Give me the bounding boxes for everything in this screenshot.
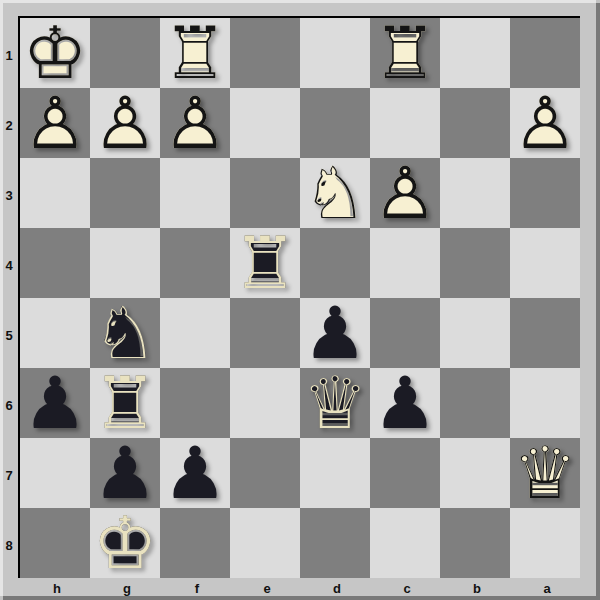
square-d5[interactable]: ♟♙	[300, 298, 370, 368]
black-pawn-glyph: ♟	[20, 368, 90, 438]
square-h1[interactable]: ♚♔	[20, 18, 90, 88]
piece-white-pawn[interactable]: ♟♙	[370, 158, 440, 228]
black-rook-detail: ♖	[230, 228, 300, 298]
black-pawn-glyph: ♟	[160, 438, 230, 508]
file-label-g: g	[92, 579, 162, 598]
square-e7[interactable]	[230, 438, 300, 508]
white-rook-detail: ♖	[160, 18, 230, 88]
square-g5[interactable]: ♞♘	[90, 298, 160, 368]
white-pawn-detail: ♙	[510, 88, 580, 158]
file-labels: hgfedcba	[20, 579, 580, 598]
square-h2[interactable]: ♟♙	[20, 88, 90, 158]
black-king-detail: ♔	[90, 508, 160, 578]
square-e3[interactable]	[230, 158, 300, 228]
square-g3[interactable]	[90, 158, 160, 228]
piece-white-knight[interactable]: ♞♘	[300, 158, 370, 228]
square-a1[interactable]	[510, 18, 580, 88]
square-g7[interactable]: ♟♙	[90, 438, 160, 508]
file-label-b: b	[442, 579, 512, 598]
square-f7[interactable]: ♟♙	[160, 438, 230, 508]
piece-black-rook[interactable]: ♜♖	[230, 228, 300, 298]
rank-label-1: 1	[0, 20, 18, 90]
square-h5[interactable]	[20, 298, 90, 368]
square-a3[interactable]	[510, 158, 580, 228]
square-c8[interactable]	[370, 508, 440, 578]
square-b7[interactable]	[440, 438, 510, 508]
diagram-frame: ♚♔♜♖♜♖♟♙♟♙♟♙♟♙♞♘♟♙♜♖♞♘♟♙♟♙♜♖♛♕♟♙♟♙♟♙♛♕♚♔…	[0, 0, 600, 600]
square-c3[interactable]: ♟♙	[370, 158, 440, 228]
piece-white-rook[interactable]: ♜♖	[370, 18, 440, 88]
square-g6[interactable]: ♜♖	[90, 368, 160, 438]
square-a2[interactable]: ♟♙	[510, 88, 580, 158]
square-f1[interactable]: ♜♖	[160, 18, 230, 88]
rank-label-5: 5	[0, 300, 18, 370]
piece-black-pawn[interactable]: ♟♙	[20, 368, 90, 438]
square-h4[interactable]	[20, 228, 90, 298]
piece-white-queen[interactable]: ♛♕	[510, 438, 580, 508]
square-f3[interactable]	[160, 158, 230, 228]
piece-black-pawn[interactable]: ♟♙	[370, 368, 440, 438]
square-h6[interactable]: ♟♙	[20, 368, 90, 438]
square-h3[interactable]	[20, 158, 90, 228]
square-d8[interactable]	[300, 508, 370, 578]
piece-black-knight[interactable]: ♞♘	[90, 298, 160, 368]
square-e1[interactable]	[230, 18, 300, 88]
square-d7[interactable]	[300, 438, 370, 508]
piece-white-pawn[interactable]: ♟♙	[510, 88, 580, 158]
square-b1[interactable]	[440, 18, 510, 88]
rank-label-6: 6	[0, 370, 18, 440]
square-b4[interactable]	[440, 228, 510, 298]
piece-black-pawn[interactable]: ♟♙	[160, 438, 230, 508]
black-rook-detail: ♖	[90, 368, 160, 438]
square-d2[interactable]	[300, 88, 370, 158]
square-c6[interactable]: ♟♙	[370, 368, 440, 438]
white-rook-detail: ♖	[370, 18, 440, 88]
square-e4[interactable]: ♜♖	[230, 228, 300, 298]
file-label-a: a	[512, 579, 582, 598]
square-c1[interactable]: ♜♖	[370, 18, 440, 88]
piece-white-pawn[interactable]: ♟♙	[90, 88, 160, 158]
square-a6[interactable]	[510, 368, 580, 438]
white-knight-detail: ♘	[300, 158, 370, 228]
square-g2[interactable]: ♟♙	[90, 88, 160, 158]
square-f6[interactable]	[160, 368, 230, 438]
square-d3[interactable]: ♞♘	[300, 158, 370, 228]
square-b5[interactable]	[440, 298, 510, 368]
square-g1[interactable]	[90, 18, 160, 88]
chess-board: ♚♔♜♖♜♖♟♙♟♙♟♙♟♙♞♘♟♙♜♖♞♘♟♙♟♙♜♖♛♕♟♙♟♙♟♙♛♕♚♔	[18, 16, 580, 578]
square-e8[interactable]	[230, 508, 300, 578]
square-c5[interactable]	[370, 298, 440, 368]
rank-label-3: 3	[0, 160, 18, 230]
square-e2[interactable]	[230, 88, 300, 158]
square-g4[interactable]	[90, 228, 160, 298]
piece-black-queen[interactable]: ♛♕	[300, 368, 370, 438]
white-pawn-detail: ♙	[370, 158, 440, 228]
white-queen-detail: ♕	[510, 438, 580, 508]
square-f8[interactable]	[160, 508, 230, 578]
piece-white-pawn[interactable]: ♟♙	[20, 88, 90, 158]
rank-label-2: 2	[0, 90, 18, 160]
square-b3[interactable]	[440, 158, 510, 228]
file-label-c: c	[372, 579, 442, 598]
rank-label-8: 8	[0, 510, 18, 580]
black-knight-detail: ♘	[90, 298, 160, 368]
black-pawn-glyph: ♟	[90, 438, 160, 508]
square-c7[interactable]	[370, 438, 440, 508]
square-f4[interactable]	[160, 228, 230, 298]
file-label-d: d	[302, 579, 372, 598]
square-e6[interactable]	[230, 368, 300, 438]
black-queen-detail: ♕	[300, 368, 370, 438]
square-c4[interactable]	[370, 228, 440, 298]
square-g8[interactable]: ♚♔	[90, 508, 160, 578]
square-d6[interactable]: ♛♕	[300, 368, 370, 438]
square-a4[interactable]	[510, 228, 580, 298]
square-b2[interactable]	[440, 88, 510, 158]
square-e5[interactable]	[230, 298, 300, 368]
white-pawn-detail: ♙	[90, 88, 160, 158]
rank-labels: 12345678	[0, 18, 18, 578]
file-label-h: h	[22, 579, 92, 598]
rank-label-4: 4	[0, 230, 18, 300]
piece-white-pawn[interactable]: ♟♙	[160, 88, 230, 158]
square-d4[interactable]	[300, 228, 370, 298]
square-h8[interactable]	[20, 508, 90, 578]
piece-black-pawn[interactable]: ♟♙	[300, 298, 370, 368]
square-c2[interactable]	[370, 88, 440, 158]
square-a8[interactable]	[510, 508, 580, 578]
black-pawn-glyph: ♟	[370, 368, 440, 438]
piece-black-pawn[interactable]: ♟♙	[90, 438, 160, 508]
piece-black-rook[interactable]: ♜♖	[90, 368, 160, 438]
piece-white-rook[interactable]: ♜♖	[160, 18, 230, 88]
square-b6[interactable]	[440, 368, 510, 438]
rank-label-7: 7	[0, 440, 18, 510]
square-h7[interactable]	[20, 438, 90, 508]
piece-white-king[interactable]: ♚♔	[20, 18, 90, 88]
square-b8[interactable]	[440, 508, 510, 578]
square-a5[interactable]	[510, 298, 580, 368]
square-f2[interactable]: ♟♙	[160, 88, 230, 158]
square-d1[interactable]	[300, 18, 370, 88]
file-label-e: e	[232, 579, 302, 598]
white-king-detail: ♔	[20, 18, 90, 88]
square-a7[interactable]: ♛♕	[510, 438, 580, 508]
file-label-f: f	[162, 579, 232, 598]
white-pawn-detail: ♙	[20, 88, 90, 158]
piece-black-king[interactable]: ♚♔	[90, 508, 160, 578]
black-pawn-glyph: ♟	[300, 298, 370, 368]
square-f5[interactable]	[160, 298, 230, 368]
white-pawn-detail: ♙	[160, 88, 230, 158]
